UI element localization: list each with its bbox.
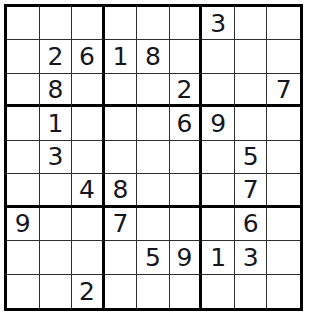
cell-r2c4[interactable]: 1	[105, 40, 138, 73]
cell-r3c4[interactable]	[105, 74, 138, 107]
cell-r2c2[interactable]: 2	[40, 40, 73, 73]
cell-r7c6[interactable]	[170, 208, 203, 241]
cell-r9c1[interactable]	[7, 275, 40, 308]
cell-r2c7[interactable]	[202, 40, 235, 73]
cell-r6c4[interactable]: 8	[105, 174, 138, 207]
cell-r8c8[interactable]: 3	[235, 241, 268, 274]
cell-r2c3[interactable]: 6	[72, 40, 105, 73]
cell-r5c2[interactable]: 3	[40, 141, 73, 174]
cell-r7c4[interactable]: 7	[105, 208, 138, 241]
cell-r4c7[interactable]: 9	[202, 107, 235, 140]
cell-r8c5[interactable]: 5	[137, 241, 170, 274]
cell-r1c1[interactable]	[7, 7, 40, 40]
cell-r6c5[interactable]	[137, 174, 170, 207]
cell-r7c2[interactable]	[40, 208, 73, 241]
cell-r3c2[interactable]: 8	[40, 74, 73, 107]
cell-r3c6[interactable]: 2	[170, 74, 203, 107]
cell-r9c7[interactable]	[202, 275, 235, 308]
cell-r7c3[interactable]	[72, 208, 105, 241]
cell-r1c7[interactable]: 3	[202, 7, 235, 40]
cell-r4c8[interactable]	[235, 107, 268, 140]
cell-r9c5[interactable]	[137, 275, 170, 308]
cell-r9c3[interactable]: 2	[72, 275, 105, 308]
cell-r6c6[interactable]	[170, 174, 203, 207]
cell-r8c3[interactable]	[72, 241, 105, 274]
cell-r9c2[interactable]	[40, 275, 73, 308]
cell-r5c3[interactable]	[72, 141, 105, 174]
cell-r4c2[interactable]: 1	[40, 107, 73, 140]
cell-r1c6[interactable]	[170, 7, 203, 40]
cell-r2c8[interactable]	[235, 40, 268, 73]
cell-r3c8[interactable]	[235, 74, 268, 107]
cell-r5c4[interactable]	[105, 141, 138, 174]
cell-r4c1[interactable]	[7, 107, 40, 140]
cell-r9c6[interactable]	[170, 275, 203, 308]
cell-r6c7[interactable]	[202, 174, 235, 207]
cell-r1c8[interactable]	[235, 7, 268, 40]
cell-r2c5[interactable]: 8	[137, 40, 170, 73]
cell-r3c7[interactable]	[202, 74, 235, 107]
cell-r4c5[interactable]	[137, 107, 170, 140]
cell-r9c9[interactable]	[267, 275, 300, 308]
cell-r8c4[interactable]	[105, 241, 138, 274]
cell-r5c8[interactable]: 5	[235, 141, 268, 174]
cell-r6c2[interactable]	[40, 174, 73, 207]
cell-r7c1[interactable]: 9	[7, 208, 40, 241]
cell-r8c7[interactable]: 1	[202, 241, 235, 274]
cell-r3c5[interactable]	[137, 74, 170, 107]
cell-r6c3[interactable]: 4	[72, 174, 105, 207]
cell-r7c9[interactable]	[267, 208, 300, 241]
cell-r8c1[interactable]	[7, 241, 40, 274]
cell-r5c7[interactable]	[202, 141, 235, 174]
cell-r1c4[interactable]	[105, 7, 138, 40]
cell-r6c1[interactable]	[7, 174, 40, 207]
cell-r3c9[interactable]: 7	[267, 74, 300, 107]
cell-r8c9[interactable]	[267, 241, 300, 274]
cell-r4c4[interactable]	[105, 107, 138, 140]
cell-r3c3[interactable]	[72, 74, 105, 107]
cell-r4c9[interactable]	[267, 107, 300, 140]
cell-r7c8[interactable]: 6	[235, 208, 268, 241]
cell-r5c1[interactable]	[7, 141, 40, 174]
cell-r5c6[interactable]	[170, 141, 203, 174]
cell-r7c7[interactable]	[202, 208, 235, 241]
cell-r2c9[interactable]	[267, 40, 300, 73]
cell-r1c9[interactable]	[267, 7, 300, 40]
sudoku-board: 326188271693548797659132	[4, 4, 303, 311]
cell-r9c4[interactable]	[105, 275, 138, 308]
cell-r3c1[interactable]	[7, 74, 40, 107]
cell-r1c2[interactable]	[40, 7, 73, 40]
cell-r6c9[interactable]	[267, 174, 300, 207]
cell-r8c6[interactable]: 9	[170, 241, 203, 274]
cell-r6c8[interactable]: 7	[235, 174, 268, 207]
cell-r7c5[interactable]	[137, 208, 170, 241]
cell-r8c2[interactable]	[40, 241, 73, 274]
cell-r2c6[interactable]	[170, 40, 203, 73]
cell-r9c8[interactable]	[235, 275, 268, 308]
cell-r4c6[interactable]: 6	[170, 107, 203, 140]
cell-r1c5[interactable]	[137, 7, 170, 40]
cell-r4c3[interactable]	[72, 107, 105, 140]
cell-r2c1[interactable]	[7, 40, 40, 73]
cell-r1c3[interactable]	[72, 7, 105, 40]
cell-r5c9[interactable]	[267, 141, 300, 174]
cell-r5c5[interactable]	[137, 141, 170, 174]
